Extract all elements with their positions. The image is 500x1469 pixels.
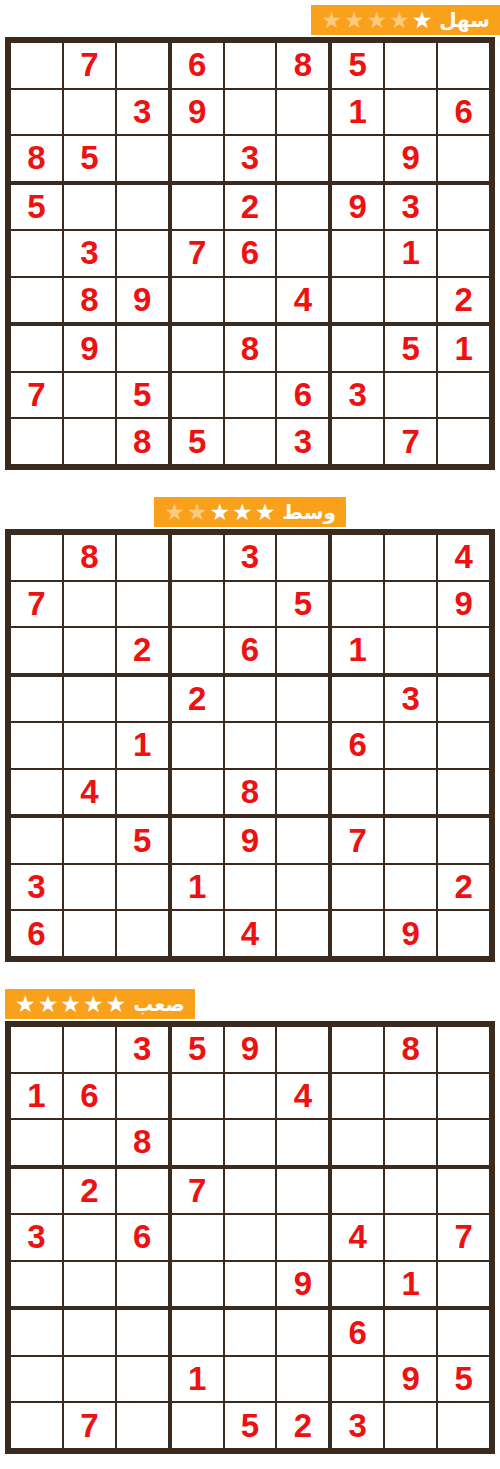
- sudoku-cell[interactable]: [11, 1169, 62, 1214]
- sudoku-cell[interactable]: [277, 185, 328, 230]
- sudoku-cell[interactable]: [277, 326, 328, 371]
- sudoku-cell[interactable]: [172, 582, 223, 627]
- sudoku-cell[interactable]: 6: [225, 628, 276, 673]
- sudoku-cell[interactable]: 3: [225, 535, 276, 580]
- sudoku-cell[interactable]: [385, 373, 436, 418]
- sudoku-cell[interactable]: [172, 1074, 223, 1119]
- sudoku-cell[interactable]: 3: [11, 865, 62, 910]
- sudoku-cell[interactable]: [277, 1310, 328, 1355]
- sudoku-cell[interactable]: [64, 677, 115, 722]
- sudoku-cell[interactable]: [64, 419, 115, 464]
- sudoku-cell[interactable]: [332, 419, 383, 464]
- sudoku-cell[interactable]: [438, 231, 489, 276]
- sudoku-cell[interactable]: 9: [225, 1027, 276, 1072]
- sudoku-cell[interactable]: 4: [332, 1215, 383, 1260]
- sudoku-cell[interactable]: 8: [385, 1027, 436, 1072]
- sudoku-box: 6953: [332, 1310, 489, 1448]
- sudoku-cell[interactable]: 9: [438, 582, 489, 627]
- sudoku-cell[interactable]: [225, 1357, 276, 1402]
- puzzle-medium: وسط ★★★★★ 872356491142836536914729: [0, 497, 500, 962]
- sudoku-cell[interactable]: [438, 185, 489, 230]
- sudoku-cell[interactable]: [332, 278, 383, 323]
- difficulty-header-medium: وسط ★★★★★: [154, 497, 346, 527]
- sudoku-cell[interactable]: [117, 231, 168, 276]
- sudoku-box: 14: [11, 677, 168, 815]
- sudoku-cell[interactable]: 3: [385, 677, 436, 722]
- sudoku-cell[interactable]: [277, 723, 328, 768]
- sudoku-cell[interactable]: 1: [332, 628, 383, 673]
- sudoku-cell[interactable]: [64, 1027, 115, 1072]
- difficulty-header-easy: سهل ★★★★★: [311, 5, 500, 35]
- sudoku-cell[interactable]: 8: [225, 770, 276, 815]
- sudoku-cell[interactable]: [225, 43, 276, 88]
- sudoku-cell[interactable]: [385, 1120, 436, 1165]
- star-filled-icon: ★: [412, 6, 433, 34]
- sudoku-cell[interactable]: [172, 326, 223, 371]
- star-filled-icon: ★: [209, 498, 230, 526]
- sudoku-box: 729: [332, 818, 489, 956]
- sudoku-cell[interactable]: [332, 535, 383, 580]
- sudoku-cell[interactable]: 3: [332, 373, 383, 418]
- sudoku-cell[interactable]: [277, 1120, 328, 1165]
- sudoku-cell[interactable]: [332, 677, 383, 722]
- sudoku-cell[interactable]: 9: [172, 90, 223, 135]
- sudoku-cell[interactable]: 5: [332, 43, 383, 88]
- sudoku-cell[interactable]: 1: [11, 1074, 62, 1119]
- sudoku-cell[interactable]: [11, 326, 62, 371]
- sudoku-cell[interactable]: 3: [385, 185, 436, 230]
- sudoku-cell[interactable]: [332, 1120, 383, 1165]
- star-rating-easy: ★★★★★: [321, 6, 432, 34]
- sudoku-cell[interactable]: [385, 1169, 436, 1214]
- sudoku-cell[interactable]: [332, 1027, 383, 1072]
- puzzle-easy: سهل ★★★★★ 738568935169538927649312975886…: [0, 5, 500, 470]
- sudoku-cell[interactable]: 6: [277, 373, 328, 418]
- sudoku-cell[interactable]: [64, 90, 115, 135]
- sudoku-cell[interactable]: 3: [225, 136, 276, 181]
- sudoku-cell[interactable]: [11, 535, 62, 580]
- sudoku-cell[interactable]: [385, 1310, 436, 1355]
- sudoku-cell[interactable]: [172, 373, 223, 418]
- sudoku-box: 236: [11, 1169, 168, 1307]
- sudoku-cell[interactable]: [117, 911, 168, 956]
- sudoku-cell[interactable]: [277, 136, 328, 181]
- sudoku-cell[interactable]: 8: [117, 1120, 168, 1165]
- sudoku-cell[interactable]: 9: [385, 136, 436, 181]
- sudoku-cell[interactable]: [385, 582, 436, 627]
- sudoku-cell[interactable]: [172, 185, 223, 230]
- sudoku-cell[interactable]: 1: [438, 326, 489, 371]
- sudoku-cell[interactable]: [438, 1310, 489, 1355]
- sudoku-cell[interactable]: 6: [117, 1215, 168, 1260]
- sudoku-cell[interactable]: 5: [11, 185, 62, 230]
- sudoku-cell[interactable]: 5: [117, 818, 168, 863]
- sudoku-cell[interactable]: 7: [172, 231, 223, 276]
- sudoku-cell[interactable]: 9: [332, 185, 383, 230]
- sudoku-cell[interactable]: [225, 1074, 276, 1119]
- sudoku-cell[interactable]: [438, 419, 489, 464]
- sudoku-cell[interactable]: [225, 278, 276, 323]
- sudoku-cell[interactable]: 1: [172, 1357, 223, 1402]
- sudoku-cell[interactable]: [277, 1027, 328, 1072]
- sudoku-cell[interactable]: [385, 628, 436, 673]
- sudoku-cell[interactable]: [11, 1403, 62, 1448]
- sudoku-box: 8: [332, 1027, 489, 1165]
- sudoku-cell[interactable]: 1: [385, 1262, 436, 1307]
- sudoku-cell[interactable]: [225, 1310, 276, 1355]
- sudoku-box: 79: [172, 1169, 329, 1307]
- sudoku-cell[interactable]: [225, 90, 276, 135]
- sudoku-cell[interactable]: [117, 1357, 168, 1402]
- sudoku-cell[interactable]: [277, 231, 328, 276]
- difficulty-header-hard: صعب ★★★★★: [5, 989, 195, 1019]
- sudoku-cell[interactable]: [117, 677, 168, 722]
- sudoku-cell[interactable]: [332, 1262, 383, 1307]
- sudoku-cell[interactable]: [438, 818, 489, 863]
- sudoku-cell[interactable]: [11, 723, 62, 768]
- sudoku-cell[interactable]: [172, 1215, 223, 1260]
- sudoku-cell[interactable]: [117, 582, 168, 627]
- sudoku-cell[interactable]: [64, 628, 115, 673]
- sudoku-cell[interactable]: [172, 1262, 223, 1307]
- sudoku-cell[interactable]: [64, 373, 115, 418]
- sudoku-cell[interactable]: [385, 818, 436, 863]
- sudoku-cell[interactable]: [277, 818, 328, 863]
- star-empty-icon: ★: [389, 6, 410, 34]
- sudoku-cell[interactable]: [277, 628, 328, 673]
- sudoku-cell[interactable]: [172, 723, 223, 768]
- sudoku-cell[interactable]: [225, 1120, 276, 1165]
- sudoku-cell[interactable]: [277, 677, 328, 722]
- header-row-medium: وسط ★★★★★: [0, 497, 500, 527]
- sudoku-cell[interactable]: [172, 1120, 223, 1165]
- sudoku-box: 5389: [11, 185, 168, 323]
- sudoku-cell[interactable]: [11, 1310, 62, 1355]
- sudoku-box: 914: [172, 818, 329, 956]
- sudoku-cell[interactable]: [64, 582, 115, 627]
- sudoku-cell[interactable]: 7: [172, 1169, 223, 1214]
- sudoku-cell[interactable]: [385, 1074, 436, 1119]
- sudoku-box: 471: [332, 1169, 489, 1307]
- sudoku-cell[interactable]: [11, 1357, 62, 1402]
- star-filled-icon: ★: [15, 990, 36, 1018]
- sudoku-cell[interactable]: 2: [277, 1403, 328, 1448]
- sudoku-cell[interactable]: [117, 770, 168, 815]
- sudoku-cell[interactable]: 5: [225, 1403, 276, 1448]
- sudoku-box: 36: [332, 677, 489, 815]
- sudoku-cell[interactable]: [64, 723, 115, 768]
- sudoku-cell[interactable]: [332, 770, 383, 815]
- sudoku-cell[interactable]: 6: [225, 231, 276, 276]
- difficulty-label-medium: وسط: [282, 497, 336, 527]
- sudoku-cell[interactable]: [64, 1120, 115, 1165]
- sudoku-cell[interactable]: 1: [172, 865, 223, 910]
- sudoku-cell[interactable]: 2: [225, 185, 276, 230]
- sudoku-board-easy: 738568935169538927649312975886535137: [5, 37, 495, 470]
- sudoku-cell[interactable]: 6: [11, 911, 62, 956]
- sudoku-cell[interactable]: [438, 677, 489, 722]
- sudoku-box: 7: [11, 1310, 168, 1448]
- sudoku-cell[interactable]: 1: [117, 723, 168, 768]
- sudoku-cell[interactable]: 5: [172, 1027, 223, 1072]
- sudoku-cell[interactable]: 7: [385, 419, 436, 464]
- sudoku-cell[interactable]: [438, 1403, 489, 1448]
- sudoku-box: 491: [332, 535, 489, 673]
- sudoku-cell[interactable]: [385, 278, 436, 323]
- sudoku-cell[interactable]: [277, 535, 328, 580]
- sudoku-cell[interactable]: [64, 818, 115, 863]
- sudoku-cell[interactable]: [11, 770, 62, 815]
- sudoku-cell[interactable]: 6: [332, 1310, 383, 1355]
- sudoku-cell[interactable]: [117, 1074, 168, 1119]
- sudoku-cell[interactable]: [117, 865, 168, 910]
- sudoku-cell[interactable]: [64, 865, 115, 910]
- sudoku-cell[interactable]: [225, 1215, 276, 1260]
- sudoku-cell[interactable]: 9: [117, 278, 168, 323]
- sudoku-cell[interactable]: [277, 1215, 328, 1260]
- sudoku-cell[interactable]: [438, 373, 489, 418]
- sudoku-cell[interactable]: 3: [277, 419, 328, 464]
- sudoku-box: 152: [172, 1310, 329, 1448]
- sudoku-cell[interactable]: [64, 1262, 115, 1307]
- sudoku-cell[interactable]: 7: [64, 43, 115, 88]
- sudoku-cell[interactable]: [117, 136, 168, 181]
- sudoku-cell[interactable]: [172, 628, 223, 673]
- sudoku-cell[interactable]: [438, 1169, 489, 1214]
- sudoku-cell[interactable]: [332, 136, 383, 181]
- puzzle-hard: صعب ★★★★★ 316859482367947171526953: [0, 989, 500, 1454]
- difficulty-label-easy: سهل: [439, 5, 490, 35]
- sudoku-cell[interactable]: 9: [277, 1262, 328, 1307]
- sudoku-cell[interactable]: [64, 1357, 115, 1402]
- sudoku-cell[interactable]: [172, 911, 223, 956]
- sudoku-cell[interactable]: [11, 90, 62, 135]
- sudoku-cell[interactable]: [332, 231, 383, 276]
- sudoku-cell[interactable]: [438, 43, 489, 88]
- sudoku-cell[interactable]: 9: [64, 326, 115, 371]
- sudoku-cell[interactable]: [277, 1169, 328, 1214]
- header-row-hard: صعب ★★★★★: [0, 989, 500, 1019]
- sudoku-cell[interactable]: 3: [11, 1215, 62, 1260]
- sudoku-box: 872: [11, 535, 168, 673]
- sudoku-cell[interactable]: [438, 770, 489, 815]
- sudoku-cell[interactable]: [332, 1074, 383, 1119]
- star-empty-icon: ★: [344, 6, 365, 34]
- sudoku-box: 8653: [172, 326, 329, 464]
- sudoku-board-hard: 316859482367947171526953: [5, 1021, 495, 1454]
- sudoku-cell[interactable]: 6: [438, 90, 489, 135]
- sudoku-cell[interactable]: [117, 1169, 168, 1214]
- sudoku-cell[interactable]: [117, 326, 168, 371]
- sudoku-cell[interactable]: [11, 43, 62, 88]
- sudoku-cell[interactable]: 4: [277, 278, 328, 323]
- sudoku-cell[interactable]: [332, 865, 383, 910]
- sudoku-cell[interactable]: [172, 535, 223, 580]
- sudoku-cell[interactable]: [117, 1262, 168, 1307]
- star-empty-icon: ★: [321, 6, 342, 34]
- star-rating-medium: ★★★★★: [164, 498, 275, 526]
- star-filled-icon: ★: [60, 990, 81, 1018]
- sudoku-cell[interactable]: 8: [225, 326, 276, 371]
- sudoku-cell[interactable]: 5: [438, 1357, 489, 1402]
- sudoku-box: 9312: [332, 185, 489, 323]
- star-filled-icon: ★: [255, 498, 276, 526]
- sudoku-cell[interactable]: [438, 1120, 489, 1165]
- sudoku-cell[interactable]: [64, 185, 115, 230]
- sudoku-cell[interactable]: [385, 1215, 436, 1260]
- sudoku-cell[interactable]: [277, 865, 328, 910]
- sudoku-cell[interactable]: 7: [11, 373, 62, 418]
- sudoku-cell[interactable]: 2: [172, 677, 223, 722]
- star-empty-icon: ★: [187, 498, 208, 526]
- sudoku-cell[interactable]: 2: [117, 628, 168, 673]
- sudoku-cell[interactable]: 8: [117, 419, 168, 464]
- sudoku-cell[interactable]: 8: [64, 535, 115, 580]
- sudoku-cell[interactable]: 3: [117, 1027, 168, 1072]
- sudoku-cell[interactable]: [277, 911, 328, 956]
- sudoku-box: 594: [172, 1027, 329, 1165]
- sudoku-cell[interactable]: [332, 1169, 383, 1214]
- sudoku-cell[interactable]: [385, 535, 436, 580]
- sudoku-cell[interactable]: 9: [225, 818, 276, 863]
- sudoku-cell[interactable]: [117, 1403, 168, 1448]
- sudoku-cell[interactable]: [172, 818, 223, 863]
- sudoku-cell[interactable]: 2: [438, 278, 489, 323]
- sudoku-cell[interactable]: [385, 770, 436, 815]
- sudoku-cell[interactable]: [117, 1310, 168, 1355]
- star-empty-icon: ★: [164, 498, 185, 526]
- sudoku-cell[interactable]: [438, 1262, 489, 1307]
- sudoku-cell[interactable]: 2: [64, 1169, 115, 1214]
- sudoku-cell[interactable]: [117, 185, 168, 230]
- sudoku-board-medium: 872356491142836536914729: [5, 529, 495, 962]
- sudoku-cell[interactable]: 8: [11, 136, 62, 181]
- sudoku-cell[interactable]: [117, 43, 168, 88]
- sudoku-cell[interactable]: [332, 582, 383, 627]
- sudoku-cell[interactable]: 4: [64, 770, 115, 815]
- sudoku-box: 9758: [11, 326, 168, 464]
- sudoku-cell[interactable]: [277, 1357, 328, 1402]
- star-filled-icon: ★: [83, 990, 104, 1018]
- sudoku-cell[interactable]: [225, 865, 276, 910]
- sudoku-cell[interactable]: 5: [385, 326, 436, 371]
- header-row-easy: سهل ★★★★★: [0, 5, 500, 35]
- star-filled-icon: ★: [232, 498, 253, 526]
- sudoku-cell[interactable]: [11, 1120, 62, 1165]
- sudoku-cell[interactable]: 9: [385, 1357, 436, 1402]
- sudoku-cell[interactable]: 7: [11, 582, 62, 627]
- sudoku-cell[interactable]: [11, 677, 62, 722]
- sudoku-box: 6893: [172, 43, 329, 181]
- sudoku-cell[interactable]: [385, 1403, 436, 1448]
- sudoku-cell[interactable]: 9: [385, 911, 436, 956]
- sudoku-cell[interactable]: 6: [172, 43, 223, 88]
- sudoku-cell[interactable]: [11, 818, 62, 863]
- sudoku-cell[interactable]: [172, 1310, 223, 1355]
- star-rating-hard: ★★★★★: [15, 990, 126, 1018]
- sudoku-cell[interactable]: [11, 1027, 62, 1072]
- sudoku-box: 5169: [332, 43, 489, 181]
- sudoku-cell[interactable]: 3: [64, 231, 115, 276]
- sudoku-cell[interactable]: [438, 136, 489, 181]
- star-filled-icon: ★: [38, 990, 59, 1018]
- sudoku-cell[interactable]: [438, 628, 489, 673]
- star-filled-icon: ★: [106, 990, 127, 1018]
- sudoku-cell[interactable]: [332, 911, 383, 956]
- sudoku-cell[interactable]: [385, 90, 436, 135]
- sudoku-cell[interactable]: [438, 723, 489, 768]
- sudoku-cell[interactable]: [438, 1074, 489, 1119]
- sudoku-cell[interactable]: [225, 677, 276, 722]
- sudoku-cell[interactable]: [172, 136, 223, 181]
- sudoku-cell[interactable]: [172, 278, 223, 323]
- sudoku-cell[interactable]: [277, 770, 328, 815]
- sudoku-cell[interactable]: 4: [225, 911, 276, 956]
- sudoku-cell[interactable]: 5: [117, 373, 168, 418]
- sudoku-cell[interactable]: 7: [332, 818, 383, 863]
- sudoku-cell[interactable]: [385, 43, 436, 88]
- sudoku-cell[interactable]: 3: [117, 90, 168, 135]
- sudoku-cell[interactable]: [225, 582, 276, 627]
- sudoku-cell[interactable]: [64, 1215, 115, 1260]
- sudoku-box: 536: [11, 818, 168, 956]
- sudoku-cell[interactable]: 6: [332, 723, 383, 768]
- sudoku-cell[interactable]: 6: [64, 1074, 115, 1119]
- sudoku-cell[interactable]: [225, 419, 276, 464]
- sudoku-box: 2764: [172, 185, 329, 323]
- sudoku-cell[interactable]: [385, 865, 436, 910]
- sudoku-cell[interactable]: [11, 231, 62, 276]
- sudoku-cell[interactable]: [64, 1310, 115, 1355]
- sudoku-cell[interactable]: 4: [277, 1074, 328, 1119]
- star-empty-icon: ★: [366, 6, 387, 34]
- sudoku-cell[interactable]: 7: [64, 1403, 115, 1448]
- sudoku-cell[interactable]: 5: [172, 419, 223, 464]
- sudoku-cell[interactable]: 1: [332, 90, 383, 135]
- sudoku-cell[interactable]: [277, 90, 328, 135]
- sudoku-cell[interactable]: [172, 770, 223, 815]
- sudoku-cell[interactable]: [438, 1027, 489, 1072]
- sudoku-sheet: سهل ★★★★★ 738568935169538927649312975886…: [0, 5, 500, 1454]
- sudoku-cell[interactable]: [225, 373, 276, 418]
- sudoku-cell[interactable]: 5: [64, 136, 115, 181]
- sudoku-cell[interactable]: 7: [438, 1215, 489, 1260]
- sudoku-cell[interactable]: [11, 278, 62, 323]
- sudoku-box: 3168: [11, 1027, 168, 1165]
- sudoku-cell[interactable]: [11, 419, 62, 464]
- sudoku-cell[interactable]: 8: [277, 43, 328, 88]
- sudoku-cell[interactable]: 4: [438, 535, 489, 580]
- sudoku-cell[interactable]: [385, 723, 436, 768]
- sudoku-cell[interactable]: [225, 723, 276, 768]
- sudoku-cell[interactable]: [11, 1262, 62, 1307]
- sudoku-cell[interactable]: [64, 911, 115, 956]
- sudoku-cell[interactable]: 2: [438, 865, 489, 910]
- sudoku-cell[interactable]: [332, 326, 383, 371]
- sudoku-cell[interactable]: 8: [64, 278, 115, 323]
- sudoku-cell[interactable]: [172, 1403, 223, 1448]
- sudoku-cell[interactable]: 3: [332, 1403, 383, 1448]
- sudoku-cell[interactable]: [11, 628, 62, 673]
- sudoku-cell[interactable]: [438, 911, 489, 956]
- sudoku-cell[interactable]: [117, 535, 168, 580]
- sudoku-cell[interactable]: 1: [385, 231, 436, 276]
- sudoku-cell[interactable]: 5: [277, 582, 328, 627]
- sudoku-cell[interactable]: [332, 1357, 383, 1402]
- sudoku-cell[interactable]: [225, 1169, 276, 1214]
- difficulty-label-hard: صعب: [133, 989, 185, 1019]
- sudoku-cell[interactable]: [225, 1262, 276, 1307]
